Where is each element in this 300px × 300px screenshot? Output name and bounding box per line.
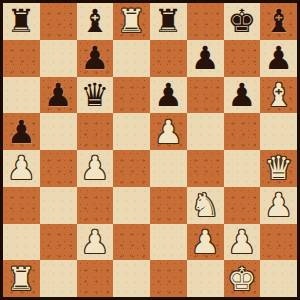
square-b3[interactable] xyxy=(40,187,77,224)
square-c6[interactable]: ♛ xyxy=(77,77,114,114)
black-rook[interactable]: ♜ xyxy=(154,5,183,37)
square-b7[interactable] xyxy=(40,40,77,77)
square-f4[interactable] xyxy=(187,150,224,187)
square-h4[interactable]: ♛ xyxy=(260,150,297,187)
square-g2[interactable]: ♟ xyxy=(224,224,261,261)
white-pawn[interactable]: ♟ xyxy=(7,152,36,184)
square-f2[interactable]: ♟ xyxy=(187,224,224,261)
white-pawn[interactable]: ♟ xyxy=(191,226,220,258)
black-pawn[interactable]: ♟ xyxy=(44,79,73,111)
square-e3[interactable] xyxy=(150,187,187,224)
white-queen[interactable]: ♛ xyxy=(264,152,293,184)
square-e8[interactable]: ♜ xyxy=(150,3,187,40)
square-d7[interactable] xyxy=(113,40,150,77)
square-f6[interactable] xyxy=(187,77,224,114)
white-bishop[interactable]: ♝ xyxy=(264,79,293,111)
square-d4[interactable] xyxy=(113,150,150,187)
black-bishop[interactable]: ♝ xyxy=(264,5,293,37)
square-c2[interactable]: ♟ xyxy=(77,224,114,261)
square-g4[interactable] xyxy=(224,150,261,187)
square-c5[interactable] xyxy=(77,113,114,150)
black-rook[interactable]: ♜ xyxy=(7,5,36,37)
square-g3[interactable] xyxy=(224,187,261,224)
square-c7[interactable]: ♟ xyxy=(77,40,114,77)
black-pawn[interactable]: ♟ xyxy=(191,42,220,74)
white-rook[interactable]: ♜ xyxy=(117,5,146,37)
square-b5[interactable] xyxy=(40,113,77,150)
black-pawn[interactable]: ♟ xyxy=(264,42,293,74)
square-a8[interactable]: ♜ xyxy=(3,3,40,40)
square-d3[interactable] xyxy=(113,187,150,224)
white-pawn[interactable]: ♟ xyxy=(154,116,183,148)
square-a4[interactable]: ♟ xyxy=(3,150,40,187)
black-pawn[interactable]: ♟ xyxy=(228,79,257,111)
white-pawn[interactable]: ♟ xyxy=(228,226,257,258)
square-c4[interactable]: ♟ xyxy=(77,150,114,187)
square-f5[interactable] xyxy=(187,113,224,150)
square-e6[interactable]: ♟ xyxy=(150,77,187,114)
square-g5[interactable] xyxy=(224,113,261,150)
white-king[interactable]: ♚ xyxy=(228,263,257,295)
square-a3[interactable] xyxy=(3,187,40,224)
square-d6[interactable] xyxy=(113,77,150,114)
square-c8[interactable]: ♝ xyxy=(77,3,114,40)
square-a5[interactable]: ♟ xyxy=(3,113,40,150)
square-h3[interactable]: ♟ xyxy=(260,187,297,224)
square-a7[interactable] xyxy=(3,40,40,77)
square-e1[interactable] xyxy=(150,260,187,297)
black-king[interactable]: ♚ xyxy=(228,5,257,37)
white-pawn[interactable]: ♟ xyxy=(81,152,110,184)
square-h7[interactable]: ♟ xyxy=(260,40,297,77)
black-queen[interactable]: ♛ xyxy=(81,79,110,111)
white-rook[interactable]: ♜ xyxy=(7,263,36,295)
square-h6[interactable]: ♝ xyxy=(260,77,297,114)
black-pawn[interactable]: ♟ xyxy=(154,79,183,111)
square-g6[interactable]: ♟ xyxy=(224,77,261,114)
square-h1[interactable] xyxy=(260,260,297,297)
square-d5[interactable] xyxy=(113,113,150,150)
square-c1[interactable] xyxy=(77,260,114,297)
square-b4[interactable] xyxy=(40,150,77,187)
square-g7[interactable] xyxy=(224,40,261,77)
square-e7[interactable] xyxy=(150,40,187,77)
square-a1[interactable]: ♜ xyxy=(3,260,40,297)
white-pawn[interactable]: ♟ xyxy=(264,189,293,221)
white-knight[interactable]: ♞ xyxy=(191,189,220,221)
square-b1[interactable] xyxy=(40,260,77,297)
square-a6[interactable] xyxy=(3,77,40,114)
square-g1[interactable]: ♚ xyxy=(224,260,261,297)
square-d2[interactable] xyxy=(113,224,150,261)
square-d8[interactable]: ♜ xyxy=(113,3,150,40)
square-e4[interactable] xyxy=(150,150,187,187)
chess-board: ♜♝♜♜♚♝♟♟♟♟♛♟♟♝♟♟♟♟♛♞♟♟♟♟♜♚ xyxy=(0,0,300,300)
black-bishop[interactable]: ♝ xyxy=(81,5,110,37)
square-g8[interactable]: ♚ xyxy=(224,3,261,40)
square-e2[interactable] xyxy=(150,224,187,261)
square-c3[interactable] xyxy=(77,187,114,224)
black-pawn[interactable]: ♟ xyxy=(7,116,36,148)
square-h8[interactable]: ♝ xyxy=(260,3,297,40)
square-e5[interactable]: ♟ xyxy=(150,113,187,150)
square-f8[interactable] xyxy=(187,3,224,40)
square-a2[interactable] xyxy=(3,224,40,261)
square-b2[interactable] xyxy=(40,224,77,261)
square-f7[interactable]: ♟ xyxy=(187,40,224,77)
square-f3[interactable]: ♞ xyxy=(187,187,224,224)
square-d1[interactable] xyxy=(113,260,150,297)
square-f1[interactable] xyxy=(187,260,224,297)
square-b8[interactable] xyxy=(40,3,77,40)
square-h5[interactable] xyxy=(260,113,297,150)
black-pawn[interactable]: ♟ xyxy=(81,42,110,74)
square-h2[interactable] xyxy=(260,224,297,261)
white-pawn[interactable]: ♟ xyxy=(81,226,110,258)
square-b6[interactable]: ♟ xyxy=(40,77,77,114)
